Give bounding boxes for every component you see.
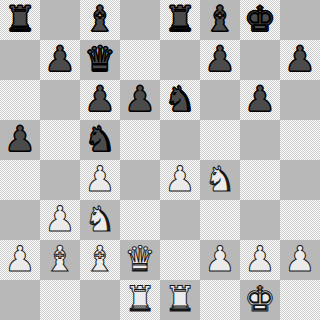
piece-black-knight-c5: ♞ (84, 119, 115, 159)
square-d1[interactable]: ♜ (120, 280, 160, 320)
square-b2[interactable]: ♝ (40, 240, 80, 280)
square-b8[interactable] (40, 0, 80, 40)
piece-white-pawn-a2: ♟ (4, 239, 35, 279)
square-e4[interactable]: ♟ (160, 160, 200, 200)
square-d3[interactable] (120, 200, 160, 240)
square-f1[interactable] (200, 280, 240, 320)
square-c1[interactable] (80, 280, 120, 320)
square-c5[interactable]: ♞ (80, 120, 120, 160)
square-b6[interactable] (40, 80, 80, 120)
piece-white-pawn-e4: ♟ (164, 159, 195, 199)
square-f4[interactable]: ♞ (200, 160, 240, 200)
square-f5[interactable] (200, 120, 240, 160)
piece-black-rook-a8: ♜ (4, 0, 35, 39)
square-a4[interactable] (0, 160, 40, 200)
chess-board-window: ♜♝♜♝♚♟♛♟♟♟♟♞♟♟♞♟♟♞♟♞♟♝♝♛♟♟♟♜♜♚ (0, 0, 320, 320)
square-b4[interactable] (40, 160, 80, 200)
chess-board: ♜♝♜♝♚♟♛♟♟♟♟♞♟♟♞♟♟♞♟♞♟♝♝♛♟♟♟♜♜♚ (0, 0, 320, 320)
square-g7[interactable] (240, 40, 280, 80)
piece-black-pawn-d6: ♟ (124, 79, 155, 119)
square-e6[interactable]: ♞ (160, 80, 200, 120)
square-f2[interactable]: ♟ (200, 240, 240, 280)
square-a5[interactable]: ♟ (0, 120, 40, 160)
square-e1[interactable]: ♜ (160, 280, 200, 320)
piece-white-pawn-f2: ♟ (204, 239, 235, 279)
square-e3[interactable] (160, 200, 200, 240)
piece-black-bishop-f8: ♝ (204, 0, 235, 39)
piece-white-bishop-b2: ♝ (44, 239, 75, 279)
square-c7[interactable]: ♛ (80, 40, 120, 80)
square-c2[interactable]: ♝ (80, 240, 120, 280)
square-h5[interactable] (280, 120, 320, 160)
piece-white-knight-c3: ♞ (84, 199, 115, 239)
square-f8[interactable]: ♝ (200, 0, 240, 40)
square-h4[interactable] (280, 160, 320, 200)
square-a1[interactable] (0, 280, 40, 320)
square-c3[interactable]: ♞ (80, 200, 120, 240)
piece-white-pawn-h2: ♟ (284, 239, 315, 279)
square-h6[interactable] (280, 80, 320, 120)
square-a2[interactable]: ♟ (0, 240, 40, 280)
square-d5[interactable] (120, 120, 160, 160)
piece-white-rook-d1: ♜ (124, 279, 155, 319)
square-e5[interactable] (160, 120, 200, 160)
square-h3[interactable] (280, 200, 320, 240)
square-b7[interactable]: ♟ (40, 40, 80, 80)
square-b3[interactable]: ♟ (40, 200, 80, 240)
square-d6[interactable]: ♟ (120, 80, 160, 120)
square-e7[interactable] (160, 40, 200, 80)
piece-black-king-g8: ♚ (244, 0, 275, 39)
square-h7[interactable]: ♟ (280, 40, 320, 80)
square-d7[interactable] (120, 40, 160, 80)
piece-white-queen-d2: ♛ (124, 239, 155, 279)
square-g6[interactable]: ♟ (240, 80, 280, 120)
square-g5[interactable] (240, 120, 280, 160)
square-g8[interactable]: ♚ (240, 0, 280, 40)
piece-white-knight-f4: ♞ (204, 159, 235, 199)
piece-black-bishop-c8: ♝ (84, 0, 115, 39)
piece-white-rook-e1: ♜ (164, 279, 195, 319)
square-d8[interactable] (120, 0, 160, 40)
square-c4[interactable]: ♟ (80, 160, 120, 200)
piece-white-bishop-c2: ♝ (84, 239, 115, 279)
piece-black-pawn-f7: ♟ (204, 39, 235, 79)
piece-white-pawn-g2: ♟ (244, 239, 275, 279)
piece-black-rook-e8: ♜ (164, 0, 195, 39)
piece-white-pawn-b3: ♟ (44, 199, 75, 239)
square-g4[interactable] (240, 160, 280, 200)
square-a7[interactable] (0, 40, 40, 80)
square-h2[interactable]: ♟ (280, 240, 320, 280)
square-b1[interactable] (40, 280, 80, 320)
piece-white-pawn-c4: ♟ (84, 159, 115, 199)
piece-white-king-g1: ♚ (244, 279, 275, 319)
piece-black-pawn-a5: ♟ (4, 119, 35, 159)
square-a6[interactable] (0, 80, 40, 120)
square-g2[interactable]: ♟ (240, 240, 280, 280)
square-b5[interactable] (40, 120, 80, 160)
square-a3[interactable] (0, 200, 40, 240)
square-h1[interactable] (280, 280, 320, 320)
piece-black-pawn-h7: ♟ (284, 39, 315, 79)
square-g1[interactable]: ♚ (240, 280, 280, 320)
piece-black-knight-e6: ♞ (164, 79, 195, 119)
piece-black-pawn-c6: ♟ (84, 79, 115, 119)
square-c8[interactable]: ♝ (80, 0, 120, 40)
square-e8[interactable]: ♜ (160, 0, 200, 40)
square-f6[interactable] (200, 80, 240, 120)
square-h8[interactable] (280, 0, 320, 40)
square-c6[interactable]: ♟ (80, 80, 120, 120)
piece-black-pawn-g6: ♟ (244, 79, 275, 119)
square-f3[interactable] (200, 200, 240, 240)
square-f7[interactable]: ♟ (200, 40, 240, 80)
piece-black-pawn-b7: ♟ (44, 39, 75, 79)
square-g3[interactable] (240, 200, 280, 240)
square-e2[interactable] (160, 240, 200, 280)
square-d2[interactable]: ♛ (120, 240, 160, 280)
square-a8[interactable]: ♜ (0, 0, 40, 40)
piece-black-queen-c7: ♛ (84, 39, 115, 79)
square-d4[interactable] (120, 160, 160, 200)
